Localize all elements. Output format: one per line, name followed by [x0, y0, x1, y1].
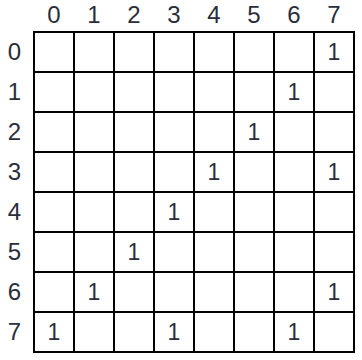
grid-cell: [275, 273, 313, 311]
grid-cell: 1: [275, 313, 313, 351]
grid-cell: 1: [315, 33, 353, 71]
row-label-4: 4: [0, 193, 29, 231]
grid-cell: [155, 113, 193, 151]
grid-cell: [115, 33, 153, 71]
row-label-7: 7: [0, 313, 29, 351]
column-label-6: 6: [275, 0, 313, 29]
grid-cell: [35, 73, 73, 111]
grid-cell: [275, 153, 313, 191]
matrix-diagram-page: 01234567 01234567 111111111111: [0, 0, 362, 360]
grid-cell: 1: [115, 233, 153, 271]
grid-cell: [315, 73, 353, 111]
column-label-4: 4: [195, 0, 233, 29]
grid-cell: [115, 73, 153, 111]
grid-cell: [155, 273, 193, 311]
grid-cell: 1: [155, 193, 193, 231]
grid-cell: [35, 33, 73, 71]
grid-cell: [115, 113, 153, 151]
column-label-7: 7: [315, 0, 353, 29]
grid-cell: [195, 113, 233, 151]
row-label-2: 2: [0, 113, 29, 151]
grid-cell: [235, 153, 273, 191]
grid-cell: [235, 313, 273, 351]
grid-cell: [75, 233, 113, 271]
grid-cell: 1: [75, 273, 113, 311]
column-label-0: 0: [35, 0, 73, 29]
grid-cell: [155, 233, 193, 271]
grid-cell: [35, 113, 73, 151]
grid-cell: [195, 233, 233, 271]
column-label-2: 2: [115, 0, 153, 29]
grid-cell: [195, 313, 233, 351]
grid-cell: [195, 73, 233, 111]
grid-cell: [35, 233, 73, 271]
column-label-1: 1: [75, 0, 113, 29]
grid-cell: [275, 193, 313, 231]
grid-cell: 1: [195, 153, 233, 191]
column-labels: 01234567: [35, 0, 353, 29]
grid-cell: [155, 33, 193, 71]
grid-cell: 1: [35, 313, 73, 351]
grid-cell: 1: [235, 113, 273, 151]
grid-cell: [235, 33, 273, 71]
grid-cell: [35, 193, 73, 231]
row-label-1: 1: [0, 73, 29, 111]
grid-cell: [315, 193, 353, 231]
row-labels: 01234567: [0, 33, 29, 351]
grid-cell: [115, 153, 153, 191]
grid-cell: [315, 233, 353, 271]
grid-cell: [75, 33, 113, 71]
grid-cell: [195, 193, 233, 231]
grid-cell: [235, 233, 273, 271]
column-label-3: 3: [155, 0, 193, 29]
grid-cell: [75, 73, 113, 111]
row-label-5: 5: [0, 233, 29, 271]
grid-cell: [75, 193, 113, 231]
row-label-6: 6: [0, 273, 29, 311]
grid-cell: [35, 273, 73, 311]
grid-cell: [155, 73, 193, 111]
grid-cell: [75, 313, 113, 351]
grid-cell: [35, 153, 73, 191]
grid-cell: [115, 193, 153, 231]
grid-cell: 1: [315, 273, 353, 311]
grid-cell: [115, 273, 153, 311]
row-label-0: 0: [0, 33, 29, 71]
grid-cell: 1: [275, 73, 313, 111]
grid-cell: [115, 313, 153, 351]
grid-cell: [235, 193, 273, 231]
grid-cell: [195, 33, 233, 71]
row-label-3: 3: [0, 153, 29, 191]
grid-cell: [195, 273, 233, 311]
grid-cell: [275, 233, 313, 271]
grid-cell: [235, 73, 273, 111]
grid-cell: [315, 313, 353, 351]
grid-cell: 1: [155, 313, 193, 351]
grid-cell: [155, 153, 193, 191]
grid-cell: [75, 153, 113, 191]
grid-cell: [235, 273, 273, 311]
grid-cell: [275, 33, 313, 71]
grid-cell: [75, 113, 113, 151]
column-label-5: 5: [235, 0, 273, 29]
grid-cell: 1: [315, 153, 353, 191]
matrix-grid: 111111111111: [33, 31, 355, 353]
grid-cell: [315, 113, 353, 151]
grid-cell: [275, 113, 313, 151]
